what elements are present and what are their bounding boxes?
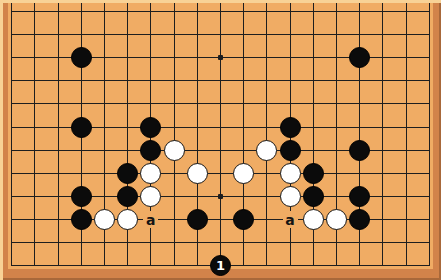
point-H7[interactable]: [162, 116, 185, 139]
point-M8[interactable]: [255, 92, 278, 115]
point-J7[interactable]: [186, 116, 209, 139]
point-L9[interactable]: [232, 69, 255, 92]
black-stone-O4: [303, 186, 324, 207]
point-O5[interactable]: [302, 162, 325, 185]
point-E4[interactable]: [93, 185, 116, 208]
point-T9[interactable]: [418, 69, 441, 92]
point-C2[interactable]: [46, 231, 69, 254]
point-N11[interactable]: [278, 23, 301, 46]
point-R3[interactable]: [371, 208, 394, 231]
point-K5[interactable]: [209, 162, 232, 185]
point-C6[interactable]: [46, 139, 69, 162]
point-B6[interactable]: [23, 139, 46, 162]
point-Q8[interactable]: [348, 92, 371, 115]
point-A4[interactable]: [0, 185, 23, 208]
point-F9[interactable]: [116, 69, 139, 92]
point-A8[interactable]: [0, 92, 23, 115]
point-S7[interactable]: [394, 116, 417, 139]
point-N5[interactable]: [278, 162, 301, 185]
point-A12[interactable]: [0, 0, 23, 23]
point-L12[interactable]: [232, 0, 255, 23]
point-E9[interactable]: [93, 69, 116, 92]
point-D8[interactable]: [70, 92, 93, 115]
point-B1[interactable]: [23, 254, 46, 277]
point-J1[interactable]: [186, 254, 209, 277]
point-S6[interactable]: [394, 139, 417, 162]
point-T1[interactable]: [418, 254, 441, 277]
black-stone-F4: [117, 186, 138, 207]
point-P4[interactable]: [325, 185, 348, 208]
point-M1[interactable]: [255, 254, 278, 277]
point-K1[interactable]: 1: [209, 254, 232, 277]
black-stone-G6: [140, 140, 161, 161]
point-T5[interactable]: [418, 162, 441, 185]
point-L10[interactable]: [232, 46, 255, 69]
point-D1[interactable]: [70, 254, 93, 277]
point-A6[interactable]: [0, 139, 23, 162]
white-stone-N5: [280, 163, 301, 184]
point-M11[interactable]: [255, 23, 278, 46]
white-stone-F3: [117, 209, 138, 230]
point-G10[interactable]: [139, 46, 162, 69]
point-M9[interactable]: [255, 69, 278, 92]
point-T4[interactable]: [418, 185, 441, 208]
point-S10[interactable]: [394, 46, 417, 69]
point-J11[interactable]: [186, 23, 209, 46]
point-J4[interactable]: [186, 185, 209, 208]
point-B5[interactable]: [23, 162, 46, 185]
point-K2[interactable]: [209, 231, 232, 254]
white-stone-P3: [326, 209, 347, 230]
star-point: [218, 55, 223, 60]
point-R5[interactable]: [371, 162, 394, 185]
point-G5[interactable]: [139, 162, 162, 185]
black-stone-Q3: [349, 209, 370, 230]
point-Q1[interactable]: [348, 254, 371, 277]
point-J9[interactable]: [186, 69, 209, 92]
point-F4[interactable]: [116, 185, 139, 208]
point-C11[interactable]: [46, 23, 69, 46]
point-F11[interactable]: [116, 23, 139, 46]
black-stone-D4: [71, 186, 92, 207]
point-D4[interactable]: [70, 185, 93, 208]
point-O3[interactable]: [302, 208, 325, 231]
point-F6[interactable]: [116, 139, 139, 162]
white-stone-G5: [140, 163, 161, 184]
point-R11[interactable]: [371, 23, 394, 46]
point-H6[interactable]: [162, 139, 185, 162]
point-Q2[interactable]: [348, 231, 371, 254]
point-B11[interactable]: [23, 23, 46, 46]
point-O9[interactable]: [302, 69, 325, 92]
point-L3[interactable]: [232, 208, 255, 231]
point-O8[interactable]: [302, 92, 325, 115]
point-L6[interactable]: [232, 139, 255, 162]
point-R6[interactable]: [371, 139, 394, 162]
point-Q4[interactable]: [348, 185, 371, 208]
point-M10[interactable]: [255, 46, 278, 69]
point-A3[interactable]: [0, 208, 23, 231]
point-D11[interactable]: [70, 23, 93, 46]
point-S8[interactable]: [394, 92, 417, 115]
point-M5[interactable]: [255, 162, 278, 185]
goban-grid: aa1: [0, 0, 441, 277]
point-F3[interactable]: [116, 208, 139, 231]
star-point: [218, 194, 223, 199]
point-S4[interactable]: [394, 185, 417, 208]
point-K8[interactable]: [209, 92, 232, 115]
black-stone-Q4: [349, 186, 370, 207]
point-Q11[interactable]: [348, 23, 371, 46]
point-A1[interactable]: [0, 254, 23, 277]
point-E8[interactable]: [93, 92, 116, 115]
point-H2[interactable]: [162, 231, 185, 254]
point-O2[interactable]: [302, 231, 325, 254]
point-R10[interactable]: [371, 46, 394, 69]
point-E11[interactable]: [93, 23, 116, 46]
point-K10[interactable]: [209, 46, 232, 69]
point-label-a-N3: a: [283, 211, 298, 228]
point-F7[interactable]: [116, 116, 139, 139]
point-S3[interactable]: [394, 208, 417, 231]
black-stone-D7: [71, 117, 92, 138]
point-G2[interactable]: [139, 231, 162, 254]
point-J6[interactable]: [186, 139, 209, 162]
point-T3[interactable]: [418, 208, 441, 231]
point-Q3[interactable]: [348, 208, 371, 231]
point-N9[interactable]: [278, 69, 301, 92]
point-C7[interactable]: [46, 116, 69, 139]
go-board-diagram: aa1: [0, 0, 441, 280]
point-G11[interactable]: [139, 23, 162, 46]
black-stone-F5: [117, 163, 138, 184]
point-G8[interactable]: [139, 92, 162, 115]
point-H12[interactable]: [162, 0, 185, 23]
point-C5[interactable]: [46, 162, 69, 185]
point-C8[interactable]: [46, 92, 69, 115]
point-G9[interactable]: [139, 69, 162, 92]
move-number-label: 1: [216, 259, 225, 272]
point-J2[interactable]: [186, 231, 209, 254]
point-A9[interactable]: [0, 69, 23, 92]
point-F12[interactable]: [116, 0, 139, 23]
black-stone-N7: [280, 117, 301, 138]
point-F5[interactable]: [116, 162, 139, 185]
point-K4[interactable]: [209, 185, 232, 208]
point-R4[interactable]: [371, 185, 394, 208]
point-S11[interactable]: [394, 23, 417, 46]
point-B3[interactable]: [23, 208, 46, 231]
move-1-stone-K1: 1: [210, 255, 231, 276]
point-D3[interactable]: [70, 208, 93, 231]
white-stone-J5: [187, 163, 208, 184]
point-E2[interactable]: [93, 231, 116, 254]
point-H8[interactable]: [162, 92, 185, 115]
point-D10[interactable]: [70, 46, 93, 69]
point-N6[interactable]: [278, 139, 301, 162]
point-B8[interactable]: [23, 92, 46, 115]
point-L1[interactable]: [232, 254, 255, 277]
white-stone-N4: [280, 186, 301, 207]
point-R8[interactable]: [371, 92, 394, 115]
point-E12[interactable]: [93, 0, 116, 23]
point-C3[interactable]: [46, 208, 69, 231]
point-C12[interactable]: [46, 0, 69, 23]
point-H10[interactable]: [162, 46, 185, 69]
white-stone-G4: [140, 186, 161, 207]
point-D9[interactable]: [70, 69, 93, 92]
point-G3[interactable]: a: [139, 208, 162, 231]
point-N3[interactable]: a: [278, 208, 301, 231]
point-F2[interactable]: [116, 231, 139, 254]
point-T10[interactable]: [418, 46, 441, 69]
point-L8[interactable]: [232, 92, 255, 115]
point-N12[interactable]: [278, 0, 301, 23]
point-C10[interactable]: [46, 46, 69, 69]
white-stone-M6: [256, 140, 277, 161]
point-D7[interactable]: [70, 116, 93, 139]
point-H11[interactable]: [162, 23, 185, 46]
point-K9[interactable]: [209, 69, 232, 92]
point-C1[interactable]: [46, 254, 69, 277]
point-T7[interactable]: [418, 116, 441, 139]
point-Q9[interactable]: [348, 69, 371, 92]
point-G12[interactable]: [139, 0, 162, 23]
black-stone-L3: [233, 209, 254, 230]
point-O6[interactable]: [302, 139, 325, 162]
point-S5[interactable]: [394, 162, 417, 185]
white-stone-L5: [233, 163, 254, 184]
point-O4[interactable]: [302, 185, 325, 208]
point-R2[interactable]: [371, 231, 394, 254]
point-H4[interactable]: [162, 185, 185, 208]
point-K7[interactable]: [209, 116, 232, 139]
white-stone-H6: [164, 140, 185, 161]
point-P1[interactable]: [325, 254, 348, 277]
point-E3[interactable]: [93, 208, 116, 231]
point-D5[interactable]: [70, 162, 93, 185]
point-P2[interactable]: [325, 231, 348, 254]
point-E10[interactable]: [93, 46, 116, 69]
point-N8[interactable]: [278, 92, 301, 115]
point-P12[interactable]: [325, 0, 348, 23]
black-stone-Q6: [349, 140, 370, 161]
point-C9[interactable]: [46, 69, 69, 92]
point-H1[interactable]: [162, 254, 185, 277]
point-G7[interactable]: [139, 116, 162, 139]
point-M12[interactable]: [255, 0, 278, 23]
point-S9[interactable]: [394, 69, 417, 92]
point-K12[interactable]: [209, 0, 232, 23]
point-T12[interactable]: [418, 0, 441, 23]
point-G6[interactable]: [139, 139, 162, 162]
point-A7[interactable]: [0, 116, 23, 139]
point-F1[interactable]: [116, 254, 139, 277]
point-D6[interactable]: [70, 139, 93, 162]
point-T11[interactable]: [418, 23, 441, 46]
point-H9[interactable]: [162, 69, 185, 92]
black-stone-D10: [71, 47, 92, 68]
point-N7[interactable]: [278, 116, 301, 139]
point-H5[interactable]: [162, 162, 185, 185]
point-P10[interactable]: [325, 46, 348, 69]
point-K11[interactable]: [209, 23, 232, 46]
point-E1[interactable]: [93, 254, 116, 277]
point-E7[interactable]: [93, 116, 116, 139]
point-A11[interactable]: [0, 23, 23, 46]
point-F8[interactable]: [116, 92, 139, 115]
point-N1[interactable]: [278, 254, 301, 277]
point-E5[interactable]: [93, 162, 116, 185]
black-stone-J3: [187, 209, 208, 230]
point-R9[interactable]: [371, 69, 394, 92]
point-A2[interactable]: [0, 231, 23, 254]
point-N10[interactable]: [278, 46, 301, 69]
point-R7[interactable]: [371, 116, 394, 139]
black-stone-D3: [71, 209, 92, 230]
point-E6[interactable]: [93, 139, 116, 162]
point-D12[interactable]: [70, 0, 93, 23]
point-B2[interactable]: [23, 231, 46, 254]
point-H3[interactable]: [162, 208, 185, 231]
point-P3[interactable]: [325, 208, 348, 231]
point-N2[interactable]: [278, 231, 301, 254]
point-B7[interactable]: [23, 116, 46, 139]
point-K6[interactable]: [209, 139, 232, 162]
point-S1[interactable]: [394, 254, 417, 277]
point-M4[interactable]: [255, 185, 278, 208]
point-G1[interactable]: [139, 254, 162, 277]
point-A5[interactable]: [0, 162, 23, 185]
point-L5[interactable]: [232, 162, 255, 185]
point-K3[interactable]: [209, 208, 232, 231]
point-A10[interactable]: [0, 46, 23, 69]
point-Q12[interactable]: [348, 0, 371, 23]
point-Q10[interactable]: [348, 46, 371, 69]
point-O11[interactable]: [302, 23, 325, 46]
point-T2[interactable]: [418, 231, 441, 254]
point-G4[interactable]: [139, 185, 162, 208]
point-B10[interactable]: [23, 46, 46, 69]
point-P8[interactable]: [325, 92, 348, 115]
point-J10[interactable]: [186, 46, 209, 69]
point-L4[interactable]: [232, 185, 255, 208]
point-L11[interactable]: [232, 23, 255, 46]
black-stone-G7: [140, 117, 161, 138]
point-T8[interactable]: [418, 92, 441, 115]
point-label-a-G3: a: [143, 211, 158, 228]
point-L2[interactable]: [232, 231, 255, 254]
point-O12[interactable]: [302, 0, 325, 23]
point-M3[interactable]: [255, 208, 278, 231]
point-P11[interactable]: [325, 23, 348, 46]
point-S12[interactable]: [394, 0, 417, 23]
white-stone-E3: [94, 209, 115, 230]
black-stone-Q10: [349, 47, 370, 68]
point-Q6[interactable]: [348, 139, 371, 162]
black-stone-O5: [303, 163, 324, 184]
point-Q5[interactable]: [348, 162, 371, 185]
black-stone-N6: [280, 140, 301, 161]
point-P5[interactable]: [325, 162, 348, 185]
point-F10[interactable]: [116, 46, 139, 69]
point-Q7[interactable]: [348, 116, 371, 139]
point-N4[interactable]: [278, 185, 301, 208]
point-R12[interactable]: [371, 0, 394, 23]
point-M6[interactable]: [255, 139, 278, 162]
point-J8[interactable]: [186, 92, 209, 115]
point-M2[interactable]: [255, 231, 278, 254]
white-stone-O3: [303, 209, 324, 230]
point-C4[interactable]: [46, 185, 69, 208]
point-T6[interactable]: [418, 139, 441, 162]
point-O10[interactable]: [302, 46, 325, 69]
point-B9[interactable]: [23, 69, 46, 92]
point-R1[interactable]: [371, 254, 394, 277]
point-M7[interactable]: [255, 116, 278, 139]
point-P7[interactable]: [325, 116, 348, 139]
point-O1[interactable]: [302, 254, 325, 277]
point-B4[interactable]: [23, 185, 46, 208]
point-J12[interactable]: [186, 0, 209, 23]
point-O7[interactable]: [302, 116, 325, 139]
point-B12[interactable]: [23, 0, 46, 23]
point-J3[interactable]: [186, 208, 209, 231]
point-S2[interactable]: [394, 231, 417, 254]
point-L7[interactable]: [232, 116, 255, 139]
point-P9[interactable]: [325, 69, 348, 92]
point-J5[interactable]: [186, 162, 209, 185]
point-D2[interactable]: [70, 231, 93, 254]
point-P6[interactable]: [325, 139, 348, 162]
